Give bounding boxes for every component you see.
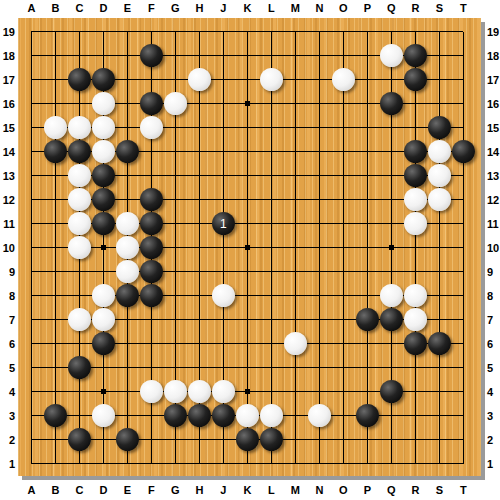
row-label-right-18: 18 xyxy=(487,44,500,68)
stone-white-M6 xyxy=(284,332,307,355)
stone-black-B14 xyxy=(44,140,67,163)
stone-white-R12 xyxy=(404,188,427,211)
col-label-top-D: D xyxy=(91,0,115,17)
row-label-right-14: 14 xyxy=(487,140,500,164)
row-label-left-1: 1 xyxy=(0,452,15,476)
stone-white-J4 xyxy=(212,380,235,403)
stone-black-F16 xyxy=(140,92,163,115)
row-label-right-11: 11 xyxy=(487,212,500,236)
stone-white-E11 xyxy=(116,212,139,235)
col-label-top-E: E xyxy=(115,0,139,17)
stone-black-C17 xyxy=(68,68,91,91)
go-board[interactable]: 1 xyxy=(18,18,481,476)
row-label-right-19: 19 xyxy=(487,20,500,44)
col-label-top-K: K xyxy=(235,0,259,17)
row-label-right-10: 10 xyxy=(487,236,500,260)
stone-white-O17 xyxy=(332,68,355,91)
stone-white-R8 xyxy=(404,284,427,307)
row-label-left-11: 11 xyxy=(0,212,15,236)
col-label-bottom-C: C xyxy=(67,482,91,499)
stone-white-F4 xyxy=(140,380,163,403)
stone-white-B15 xyxy=(44,116,67,139)
row-label-right-16: 16 xyxy=(487,92,500,116)
stone-black-T14 xyxy=(452,140,475,163)
stone-white-C11 xyxy=(68,212,91,235)
col-label-top-O: O xyxy=(331,0,355,17)
row-labels-right: 19181716151413121110987654321 xyxy=(487,20,500,476)
stones-grid[interactable]: 1 xyxy=(19,20,475,476)
stone-black-J3 xyxy=(212,404,235,427)
col-label-top-B: B xyxy=(43,0,67,17)
col-label-top-Q: Q xyxy=(379,0,403,17)
col-label-top-R: R xyxy=(403,0,427,17)
stone-black-F10 xyxy=(140,236,163,259)
row-label-left-17: 17 xyxy=(0,68,15,92)
row-label-right-9: 9 xyxy=(487,260,500,284)
stone-black-F8 xyxy=(140,284,163,307)
row-label-left-12: 12 xyxy=(0,188,15,212)
row-label-right-15: 15 xyxy=(487,116,500,140)
stone-white-C12 xyxy=(68,188,91,211)
stone-white-C15 xyxy=(68,116,91,139)
stone-black-S6 xyxy=(428,332,451,355)
col-label-bottom-F: F xyxy=(139,482,163,499)
row-labels-left: 19181716151413121110987654321 xyxy=(0,20,15,476)
stone-white-S12 xyxy=(428,188,451,211)
row-label-left-7: 7 xyxy=(0,308,15,332)
row-label-right-4: 4 xyxy=(487,380,500,404)
row-label-left-18: 18 xyxy=(0,44,15,68)
stone-black-F18 xyxy=(140,44,163,67)
col-label-top-J: J xyxy=(211,0,235,17)
stone-black-F12 xyxy=(140,188,163,211)
stone-white-H17 xyxy=(188,68,211,91)
col-label-bottom-H: H xyxy=(187,482,211,499)
stone-white-F15 xyxy=(140,116,163,139)
stone-white-L3 xyxy=(260,404,283,427)
column-labels-top: ABCDEFGHJKLMNOPQRST xyxy=(19,0,475,17)
row-label-right-1: 1 xyxy=(487,452,500,476)
stone-white-G16 xyxy=(164,92,187,115)
stone-white-C10 xyxy=(68,236,91,259)
stone-white-Q18 xyxy=(380,44,403,67)
stone-black-R18 xyxy=(404,44,427,67)
stone-white-E9 xyxy=(116,260,139,283)
col-label-bottom-S: S xyxy=(427,482,451,499)
stone-white-S14 xyxy=(428,140,451,163)
col-label-bottom-D: D xyxy=(91,482,115,499)
stone-white-E10 xyxy=(116,236,139,259)
col-label-top-P: P xyxy=(355,0,379,17)
stone-black-R13 xyxy=(404,164,427,187)
col-label-bottom-G: G xyxy=(163,482,187,499)
col-label-top-G: G xyxy=(163,0,187,17)
col-label-top-S: S xyxy=(427,0,451,17)
row-label-right-6: 6 xyxy=(487,332,500,356)
stone-black-R6 xyxy=(404,332,427,355)
col-label-bottom-O: O xyxy=(331,482,355,499)
stone-black-R14 xyxy=(404,140,427,163)
col-label-bottom-R: R xyxy=(403,482,427,499)
move-number-label: 1 xyxy=(220,218,227,230)
row-label-left-8: 8 xyxy=(0,284,15,308)
stone-white-J8 xyxy=(212,284,235,307)
stone-black-H3 xyxy=(188,404,211,427)
stone-black-J11: 1 xyxy=(212,212,235,235)
row-label-left-10: 10 xyxy=(0,236,15,260)
col-label-bottom-Q: Q xyxy=(379,482,403,499)
stone-black-Q7 xyxy=(380,308,403,331)
row-label-right-17: 17 xyxy=(487,68,500,92)
go-app-canvas: ABCDEFGHJKLMNOPQRST ABCDEFGHJKLMNOPQRST … xyxy=(0,0,500,500)
stone-black-D11 xyxy=(92,212,115,235)
stone-black-F11 xyxy=(140,212,163,235)
col-label-top-F: F xyxy=(139,0,163,17)
stone-black-E14 xyxy=(116,140,139,163)
row-label-left-14: 14 xyxy=(0,140,15,164)
stone-black-P7 xyxy=(356,308,379,331)
stone-black-C5 xyxy=(68,356,91,379)
col-label-bottom-E: E xyxy=(115,482,139,499)
column-labels-bottom: ABCDEFGHJKLMNOPQRST xyxy=(19,482,475,499)
col-label-bottom-P: P xyxy=(355,482,379,499)
row-label-right-12: 12 xyxy=(487,188,500,212)
stone-black-P3 xyxy=(356,404,379,427)
col-label-top-T: T xyxy=(451,0,475,17)
col-label-bottom-M: M xyxy=(283,482,307,499)
row-label-left-19: 19 xyxy=(0,20,15,44)
col-label-bottom-B: B xyxy=(43,482,67,499)
col-label-bottom-A: A xyxy=(19,482,43,499)
stone-black-E8 xyxy=(116,284,139,307)
row-label-left-16: 16 xyxy=(0,92,15,116)
row-label-right-13: 13 xyxy=(487,164,500,188)
stone-black-L2 xyxy=(260,428,283,451)
stone-black-D6 xyxy=(92,332,115,355)
row-label-left-9: 9 xyxy=(0,260,15,284)
stone-black-K2 xyxy=(236,428,259,451)
col-label-bottom-K: K xyxy=(235,482,259,499)
stone-white-G4 xyxy=(164,380,187,403)
stone-black-B3 xyxy=(44,404,67,427)
stone-white-H4 xyxy=(188,380,211,403)
stone-black-D13 xyxy=(92,164,115,187)
col-label-top-H: H xyxy=(187,0,211,17)
stone-white-C13 xyxy=(68,164,91,187)
stone-white-D7 xyxy=(92,308,115,331)
stone-black-F9 xyxy=(140,260,163,283)
col-label-top-A: A xyxy=(19,0,43,17)
col-label-bottom-T: T xyxy=(451,482,475,499)
row-label-left-2: 2 xyxy=(0,428,15,452)
row-label-left-4: 4 xyxy=(0,380,15,404)
stone-black-Q16 xyxy=(380,92,403,115)
stone-white-R7 xyxy=(404,308,427,331)
stone-white-S13 xyxy=(428,164,451,187)
col-label-bottom-L: L xyxy=(259,482,283,499)
stone-white-N3 xyxy=(308,404,331,427)
stone-white-D3 xyxy=(92,404,115,427)
row-label-left-3: 3 xyxy=(0,404,15,428)
stone-black-C2 xyxy=(68,428,91,451)
stone-black-S15 xyxy=(428,116,451,139)
stone-black-E2 xyxy=(116,428,139,451)
row-label-left-15: 15 xyxy=(0,116,15,140)
stone-white-D16 xyxy=(92,92,115,115)
col-label-top-M: M xyxy=(283,0,307,17)
stone-white-C7 xyxy=(68,308,91,331)
col-label-bottom-J: J xyxy=(211,482,235,499)
stone-black-D12 xyxy=(92,188,115,211)
col-label-top-C: C xyxy=(67,0,91,17)
row-label-right-2: 2 xyxy=(487,428,500,452)
col-label-bottom-N: N xyxy=(307,482,331,499)
stone-white-Q8 xyxy=(380,284,403,307)
stone-black-Q4 xyxy=(380,380,403,403)
stone-white-D8 xyxy=(92,284,115,307)
row-label-right-8: 8 xyxy=(487,284,500,308)
stone-black-C14 xyxy=(68,140,91,163)
stone-white-D15 xyxy=(92,116,115,139)
col-label-top-N: N xyxy=(307,0,331,17)
row-label-right-5: 5 xyxy=(487,356,500,380)
stone-white-L17 xyxy=(260,68,283,91)
stone-black-G3 xyxy=(164,404,187,427)
stone-white-D14 xyxy=(92,140,115,163)
row-label-left-5: 5 xyxy=(0,356,15,380)
stone-black-R17 xyxy=(404,68,427,91)
row-label-right-3: 3 xyxy=(487,404,500,428)
row-label-right-7: 7 xyxy=(487,308,500,332)
stone-white-R11 xyxy=(404,212,427,235)
row-label-left-6: 6 xyxy=(0,332,15,356)
stone-black-D17 xyxy=(92,68,115,91)
row-label-left-13: 13 xyxy=(0,164,15,188)
col-label-top-L: L xyxy=(259,0,283,17)
stone-white-K3 xyxy=(236,404,259,427)
